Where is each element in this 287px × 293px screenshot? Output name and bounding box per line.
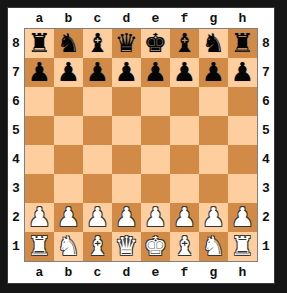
square-f1[interactable]: ♝: [170, 232, 199, 261]
square-b5[interactable]: [54, 116, 83, 145]
file-label-f: f: [170, 266, 199, 279]
square-g3[interactable]: [199, 174, 228, 203]
piece-white-rook[interactable]: ♜: [228, 232, 257, 261]
square-g6[interactable]: [199, 87, 228, 116]
square-g8[interactable]: ♞: [199, 29, 228, 58]
board-panel: abcdefgh 87654321 ♜♞♝♛♚♝♞♜♟♟♟♟♟♟♟♟♟♟♟♟♟♟…: [8, 8, 274, 283]
rank-label-2: 2: [12, 211, 20, 224]
piece-black-bishop[interactable]: ♝: [83, 29, 112, 58]
piece-black-pawn[interactable]: ♟: [112, 58, 141, 87]
square-d8[interactable]: ♛: [112, 29, 141, 58]
piece-white-bishop[interactable]: ♝: [170, 232, 199, 261]
square-f2[interactable]: ♟: [170, 203, 199, 232]
piece-black-king[interactable]: ♚: [141, 29, 170, 58]
rank-label-6: 6: [262, 95, 270, 108]
piece-black-rook[interactable]: ♜: [25, 29, 54, 58]
piece-black-rook[interactable]: ♜: [228, 29, 257, 58]
square-f8[interactable]: ♝: [170, 29, 199, 58]
square-a3[interactable]: [25, 174, 54, 203]
rank-label-3: 3: [12, 182, 20, 195]
rank-label-5: 5: [12, 124, 20, 137]
piece-black-knight[interactable]: ♞: [199, 29, 228, 58]
rank-label-8: 8: [12, 37, 20, 50]
square-e6[interactable]: [141, 87, 170, 116]
piece-black-pawn[interactable]: ♟: [228, 58, 257, 87]
square-g7[interactable]: ♟: [199, 58, 228, 87]
square-a6[interactable]: [25, 87, 54, 116]
file-label-f: f: [170, 12, 199, 25]
square-h7[interactable]: ♟: [228, 58, 257, 87]
piece-white-pawn[interactable]: ♟: [170, 203, 199, 232]
square-a7[interactable]: ♟: [25, 58, 54, 87]
file-labels-bottom: abcdefgh: [24, 262, 258, 283]
file-label-c: c: [83, 266, 112, 279]
piece-black-pawn[interactable]: ♟: [141, 58, 170, 87]
piece-black-pawn[interactable]: ♟: [199, 58, 228, 87]
piece-white-rook[interactable]: ♜: [25, 232, 54, 261]
file-label-a: a: [25, 266, 54, 279]
square-g5[interactable]: [199, 116, 228, 145]
rank-labels-right: 87654321: [258, 28, 274, 262]
square-f5[interactable]: [170, 116, 199, 145]
file-label-g: g: [199, 266, 228, 279]
piece-black-knight[interactable]: ♞: [54, 29, 83, 58]
file-label-e: e: [141, 266, 170, 279]
square-h2[interactable]: ♟: [228, 203, 257, 232]
square-e3[interactable]: [141, 174, 170, 203]
square-d3[interactable]: [112, 174, 141, 203]
square-f6[interactable]: [170, 87, 199, 116]
file-label-c: c: [83, 12, 112, 25]
rank-label-8: 8: [262, 37, 270, 50]
file-label-d: d: [112, 266, 141, 279]
square-h4[interactable]: [228, 145, 257, 174]
piece-white-king[interactable]: ♚: [141, 232, 170, 261]
file-label-g: g: [199, 12, 228, 25]
piece-black-queen[interactable]: ♛: [112, 29, 141, 58]
piece-black-pawn[interactable]: ♟: [25, 58, 54, 87]
rank-label-7: 7: [262, 66, 270, 79]
piece-black-pawn[interactable]: ♟: [83, 58, 112, 87]
square-e5[interactable]: [141, 116, 170, 145]
piece-white-pawn[interactable]: ♟: [199, 203, 228, 232]
piece-white-pawn[interactable]: ♟: [112, 203, 141, 232]
square-g4[interactable]: [199, 145, 228, 174]
square-h5[interactable]: [228, 116, 257, 145]
file-label-h: h: [228, 12, 257, 25]
piece-white-pawn[interactable]: ♟: [83, 203, 112, 232]
square-c7[interactable]: ♟: [83, 58, 112, 87]
square-c3[interactable]: [83, 174, 112, 203]
square-f3[interactable]: [170, 174, 199, 203]
square-f7[interactable]: ♟: [170, 58, 199, 87]
rank-label-1: 1: [12, 240, 20, 253]
piece-black-bishop[interactable]: ♝: [170, 29, 199, 58]
square-e7[interactable]: ♟: [141, 58, 170, 87]
file-labels-top: abcdefgh: [24, 8, 258, 28]
square-d4[interactable]: [112, 145, 141, 174]
rank-label-2: 2: [262, 211, 270, 224]
square-b6[interactable]: [54, 87, 83, 116]
piece-white-bishop[interactable]: ♝: [83, 232, 112, 261]
square-b7[interactable]: ♟: [54, 58, 83, 87]
rank-label-3: 3: [262, 182, 270, 195]
square-c5[interactable]: [83, 116, 112, 145]
file-label-e: e: [141, 12, 170, 25]
square-c4[interactable]: [83, 145, 112, 174]
square-h6[interactable]: [228, 87, 257, 116]
square-g2[interactable]: ♟: [199, 203, 228, 232]
square-g1[interactable]: ♞: [199, 232, 228, 261]
piece-black-pawn[interactable]: ♟: [170, 58, 199, 87]
square-h3[interactable]: [228, 174, 257, 203]
square-b2[interactable]: ♟: [54, 203, 83, 232]
square-b3[interactable]: [54, 174, 83, 203]
square-h8[interactable]: ♜: [228, 29, 257, 58]
square-e1[interactable]: ♚: [141, 232, 170, 261]
square-a2[interactable]: ♟: [25, 203, 54, 232]
rank-label-1: 1: [262, 240, 270, 253]
piece-white-knight[interactable]: ♞: [199, 232, 228, 261]
square-d5[interactable]: [112, 116, 141, 145]
piece-white-queen[interactable]: ♛: [112, 232, 141, 261]
square-c2[interactable]: ♟: [83, 203, 112, 232]
square-c1[interactable]: ♝: [83, 232, 112, 261]
square-b8[interactable]: ♞: [54, 29, 83, 58]
square-e8[interactable]: ♚: [141, 29, 170, 58]
rank-label-5: 5: [262, 124, 270, 137]
piece-black-pawn[interactable]: ♟: [54, 58, 83, 87]
rank-labels-left: 87654321: [8, 28, 24, 262]
square-e4[interactable]: [141, 145, 170, 174]
square-d2[interactable]: ♟: [112, 203, 141, 232]
square-d6[interactable]: [112, 87, 141, 116]
piece-white-pawn[interactable]: ♟: [228, 203, 257, 232]
square-a5[interactable]: [25, 116, 54, 145]
square-c8[interactable]: ♝: [83, 29, 112, 58]
square-e2[interactable]: ♟: [141, 203, 170, 232]
board: ♜♞♝♛♚♝♞♜♟♟♟♟♟♟♟♟♟♟♟♟♟♟♟♟♜♞♝♛♚♝♞♜: [24, 28, 258, 262]
square-b1[interactable]: ♞: [54, 232, 83, 261]
rank-label-4: 4: [262, 153, 270, 166]
rank-label-4: 4: [12, 153, 20, 166]
piece-white-pawn[interactable]: ♟: [54, 203, 83, 232]
file-label-b: b: [54, 266, 83, 279]
square-a4[interactable]: [25, 145, 54, 174]
square-d1[interactable]: ♛: [112, 232, 141, 261]
square-c6[interactable]: [83, 87, 112, 116]
piece-white-knight[interactable]: ♞: [54, 232, 83, 261]
square-a1[interactable]: ♜: [25, 232, 54, 261]
square-b4[interactable]: [54, 145, 83, 174]
rank-label-6: 6: [12, 95, 20, 108]
file-label-a: a: [25, 12, 54, 25]
rank-label-7: 7: [12, 66, 20, 79]
file-label-h: h: [228, 266, 257, 279]
square-h1[interactable]: ♜: [228, 232, 257, 261]
square-a8[interactable]: ♜: [25, 29, 54, 58]
square-d7[interactable]: ♟: [112, 58, 141, 87]
piece-white-pawn[interactable]: ♟: [25, 203, 54, 232]
piece-white-pawn[interactable]: ♟: [141, 203, 170, 232]
file-label-d: d: [112, 12, 141, 25]
file-label-b: b: [54, 12, 83, 25]
square-f4[interactable]: [170, 145, 199, 174]
